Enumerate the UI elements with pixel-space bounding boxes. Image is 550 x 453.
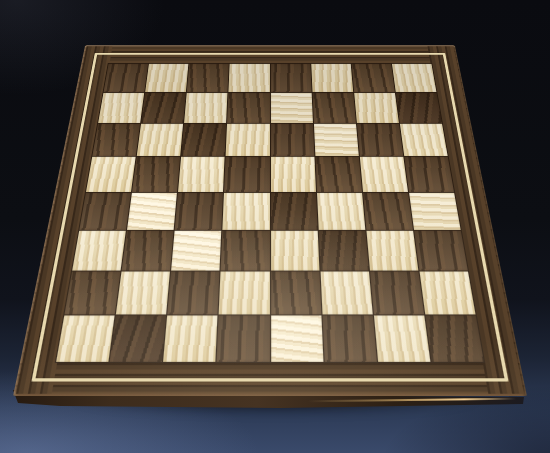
board-square xyxy=(270,124,314,156)
board-square xyxy=(425,315,484,362)
board-square xyxy=(132,157,180,192)
board-square xyxy=(354,93,399,123)
board-square xyxy=(414,230,468,270)
board-square xyxy=(178,157,225,192)
board-square xyxy=(64,271,120,314)
board-square xyxy=(127,192,177,229)
board-square xyxy=(271,271,321,314)
board-frame xyxy=(13,45,527,396)
board-square xyxy=(92,124,140,156)
board-square xyxy=(318,230,368,270)
board-square xyxy=(370,271,424,314)
board-square xyxy=(137,124,183,156)
board-square xyxy=(122,230,174,270)
board-square xyxy=(363,192,413,229)
board-square xyxy=(322,315,377,362)
board-square xyxy=(104,64,149,92)
board-square xyxy=(270,64,311,92)
board-square xyxy=(98,93,144,123)
board-square xyxy=(79,192,131,229)
board-square xyxy=(224,157,269,192)
board-square xyxy=(187,64,229,92)
board-square xyxy=(270,93,312,123)
board-square xyxy=(360,157,408,192)
board-square xyxy=(56,315,115,362)
board-square xyxy=(227,93,269,123)
board-square xyxy=(271,230,320,270)
scene-background xyxy=(0,0,550,453)
board-square xyxy=(271,192,318,229)
board-square xyxy=(271,315,323,362)
board-square xyxy=(171,230,221,270)
board-square xyxy=(86,157,136,192)
board-square xyxy=(223,192,270,229)
board-square xyxy=(229,64,270,92)
board-square xyxy=(311,64,353,92)
board-square xyxy=(366,230,418,270)
board-square xyxy=(419,271,475,314)
board-square xyxy=(163,315,218,362)
board-square xyxy=(312,93,356,123)
board-square xyxy=(141,93,186,123)
board-square xyxy=(168,271,220,314)
board-square xyxy=(72,230,126,270)
board-square xyxy=(226,124,270,156)
board-square xyxy=(116,271,170,314)
board-square xyxy=(357,124,403,156)
board-square xyxy=(221,230,270,270)
chess-board xyxy=(13,45,527,396)
board-square xyxy=(110,315,167,362)
playing-field xyxy=(55,63,485,363)
board-square xyxy=(404,157,454,192)
board-square xyxy=(219,271,269,314)
board-square xyxy=(175,192,223,229)
board-square xyxy=(145,64,188,92)
board-square xyxy=(315,157,362,192)
board-square xyxy=(320,271,372,314)
board-square xyxy=(392,64,437,92)
board-square xyxy=(270,157,315,192)
board-square xyxy=(181,124,226,156)
board-square xyxy=(217,315,269,362)
board-square xyxy=(317,192,365,229)
board-square xyxy=(374,315,431,362)
board-square xyxy=(400,124,448,156)
board-square xyxy=(184,93,228,123)
board-square xyxy=(314,124,359,156)
board-square xyxy=(396,93,442,123)
board-square xyxy=(409,192,461,229)
board-square xyxy=(351,64,394,92)
